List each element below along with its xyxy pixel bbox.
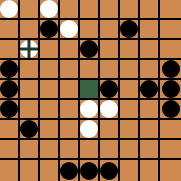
board-cell[interactable] xyxy=(60,20,80,40)
board-cell[interactable] xyxy=(160,100,181,120)
board-cell[interactable] xyxy=(80,80,100,100)
board-cell[interactable] xyxy=(80,100,100,120)
board-cell[interactable] xyxy=(20,100,40,120)
black-stone xyxy=(80,162,98,180)
board-cell[interactable] xyxy=(60,40,80,60)
board-cell[interactable] xyxy=(160,160,181,181)
board-cell[interactable] xyxy=(60,140,80,160)
white-stone xyxy=(60,20,78,38)
white-stone xyxy=(0,0,18,18)
black-stone xyxy=(80,40,98,58)
board-cell[interactable] xyxy=(120,120,140,140)
black-stone xyxy=(162,100,180,118)
board-cell[interactable] xyxy=(140,60,160,80)
black-stone xyxy=(100,162,118,180)
board-cell[interactable] xyxy=(140,80,160,100)
board-cell[interactable] xyxy=(120,160,140,181)
black-stone xyxy=(0,100,18,118)
board-cell[interactable] xyxy=(80,0,100,20)
board-cell[interactable] xyxy=(140,100,160,120)
board-cell[interactable] xyxy=(140,160,160,181)
board-cell[interactable] xyxy=(40,20,60,40)
board-cell[interactable] xyxy=(100,40,120,60)
board-cell[interactable] xyxy=(120,100,140,120)
black-stone xyxy=(60,162,78,180)
board-cell[interactable] xyxy=(0,160,20,181)
board-cell[interactable] xyxy=(40,60,60,80)
black-stone xyxy=(162,60,180,78)
board-cell[interactable] xyxy=(20,120,40,140)
black-stone xyxy=(100,80,118,98)
board-cell[interactable] xyxy=(0,40,20,60)
board-cell[interactable] xyxy=(160,0,181,20)
board-cell[interactable] xyxy=(80,140,100,160)
board-cell[interactable] xyxy=(140,120,160,140)
board-cell[interactable] xyxy=(60,80,80,100)
board-cell[interactable] xyxy=(160,140,181,160)
board-cell[interactable] xyxy=(60,120,80,140)
board-cell[interactable] xyxy=(20,0,40,20)
board-cell[interactable] xyxy=(20,40,40,60)
board-cell[interactable] xyxy=(60,60,80,80)
green-highlight-square xyxy=(80,80,98,98)
board-cell[interactable] xyxy=(120,140,140,160)
board-cell[interactable] xyxy=(100,80,120,100)
black-stone xyxy=(0,80,18,98)
white-stone xyxy=(80,100,98,118)
board-cell[interactable] xyxy=(120,20,140,40)
board-cell[interactable] xyxy=(140,0,160,20)
board-cell[interactable] xyxy=(40,0,60,20)
cross-marker-icon xyxy=(20,48,38,51)
board-cell[interactable] xyxy=(120,60,140,80)
board-cell[interactable] xyxy=(100,160,120,181)
board-cell[interactable] xyxy=(100,100,120,120)
board-cell[interactable] xyxy=(80,160,100,181)
board-cell[interactable] xyxy=(60,160,80,181)
board-cell[interactable] xyxy=(40,100,60,120)
board-cell[interactable] xyxy=(140,40,160,60)
board-cell[interactable] xyxy=(0,120,20,140)
board-cell[interactable] xyxy=(40,40,60,60)
black-stone xyxy=(140,80,158,98)
board-cell[interactable] xyxy=(120,40,140,60)
board-cell[interactable] xyxy=(80,60,100,80)
board-cell[interactable] xyxy=(100,140,120,160)
board xyxy=(0,0,181,181)
board-cell[interactable] xyxy=(60,0,80,20)
board-cell[interactable] xyxy=(0,140,20,160)
board-cell[interactable] xyxy=(20,140,40,160)
board-cell[interactable] xyxy=(120,0,140,20)
board-cell[interactable] xyxy=(120,80,140,100)
black-stone xyxy=(0,60,18,78)
board-cell[interactable] xyxy=(100,120,120,140)
black-stone xyxy=(162,80,180,98)
board-cell[interactable] xyxy=(0,80,20,100)
board-cell[interactable] xyxy=(60,100,80,120)
board-cell[interactable] xyxy=(80,20,100,40)
black-stone xyxy=(20,120,38,138)
black-stone xyxy=(40,20,58,38)
board-cell[interactable] xyxy=(20,20,40,40)
board-cell[interactable] xyxy=(0,60,20,80)
board-cell[interactable] xyxy=(140,20,160,40)
board-cell[interactable] xyxy=(160,60,181,80)
white-stone xyxy=(40,0,58,18)
board-cell[interactable] xyxy=(20,80,40,100)
black-stone xyxy=(120,20,138,38)
board-cell[interactable] xyxy=(100,20,120,40)
board-cell[interactable] xyxy=(40,140,60,160)
board-cell[interactable] xyxy=(80,120,100,140)
board-cell[interactable] xyxy=(100,0,120,20)
board-cell[interactable] xyxy=(20,60,40,80)
board-cell[interactable] xyxy=(140,140,160,160)
board-cell[interactable] xyxy=(160,80,181,100)
board-cell[interactable] xyxy=(40,120,60,140)
board-cell[interactable] xyxy=(160,20,181,40)
board-cell[interactable] xyxy=(20,160,40,181)
board-cell[interactable] xyxy=(160,40,181,60)
white-stone xyxy=(100,100,118,118)
board-cell[interactable] xyxy=(40,160,60,181)
board-cell[interactable] xyxy=(0,100,20,120)
board-cell[interactable] xyxy=(80,40,100,60)
board-cell[interactable] xyxy=(160,120,181,140)
board-cell[interactable] xyxy=(0,20,20,40)
board-cell[interactable] xyxy=(40,80,60,100)
board-cell[interactable] xyxy=(0,0,20,20)
white-stone xyxy=(80,120,98,138)
board-cell[interactable] xyxy=(100,60,120,80)
